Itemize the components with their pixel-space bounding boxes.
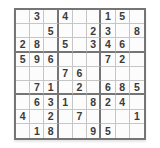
cell-r4c8[interactable]: 2 (116, 53, 130, 67)
cell-r9c9[interactable] (130, 124, 144, 138)
cell-r7c8[interactable]: 4 (116, 95, 130, 109)
cell-r5c8[interactable] (116, 67, 130, 81)
cell-r8c5[interactable]: 7 (73, 110, 87, 124)
cell-r1c7[interactable]: 1 (101, 10, 115, 24)
cell-r9c3[interactable]: 8 (44, 124, 58, 138)
cell-r5c1[interactable] (16, 67, 30, 81)
cell-r4c1[interactable]: 5 (16, 53, 30, 67)
sudoku-board-container: 3415523828534659672767126856318244271189… (14, 8, 146, 140)
cell-r7c1[interactable] (16, 95, 30, 109)
cell-r4c4[interactable] (59, 53, 73, 67)
cell-r8c2[interactable] (30, 110, 44, 124)
cell-r8c8[interactable] (116, 110, 130, 124)
cell-r7c3[interactable]: 3 (44, 95, 58, 109)
cell-r8c7[interactable] (101, 110, 115, 124)
cell-r5c7[interactable] (101, 67, 115, 81)
cell-r7c2[interactable]: 6 (30, 95, 44, 109)
cell-r3c9[interactable] (130, 38, 144, 52)
sudoku-grid: 3415523828534659672767126856318244271189… (14, 8, 146, 140)
cell-r9c7[interactable]: 5 (101, 124, 115, 138)
cell-r8c6[interactable] (87, 110, 101, 124)
cell-r1c1[interactable] (16, 10, 30, 24)
cell-r6c6[interactable] (87, 81, 101, 95)
cell-r1c4[interactable]: 4 (59, 10, 73, 24)
cell-r1c6[interactable] (87, 10, 101, 24)
cell-r1c5[interactable] (73, 10, 87, 24)
cell-r5c6[interactable] (87, 67, 101, 81)
cell-r8c9[interactable]: 1 (130, 110, 144, 124)
cell-r9c5[interactable] (73, 124, 87, 138)
cell-r3c5[interactable] (73, 38, 87, 52)
cell-r8c3[interactable]: 2 (44, 110, 58, 124)
cell-r4c2[interactable]: 9 (30, 53, 44, 67)
cell-r2c3[interactable]: 5 (44, 24, 58, 38)
cell-r7c4[interactable]: 1 (59, 95, 73, 109)
cell-r6c5[interactable]: 2 (73, 81, 87, 95)
cell-r6c3[interactable]: 1 (44, 81, 58, 95)
cell-r5c2[interactable] (30, 67, 44, 81)
cell-r8c1[interactable]: 4 (16, 110, 30, 124)
cell-r8c4[interactable] (59, 110, 73, 124)
cell-r1c8[interactable]: 5 (116, 10, 130, 24)
cell-r6c2[interactable]: 7 (30, 81, 44, 95)
cell-r2c6[interactable]: 2 (87, 24, 101, 38)
cell-r6c4[interactable] (59, 81, 73, 95)
cell-r2c9[interactable]: 8 (130, 24, 144, 38)
cell-r3c8[interactable]: 6 (116, 38, 130, 52)
cell-r7c5[interactable] (73, 95, 87, 109)
cell-r3c1[interactable]: 2 (16, 38, 30, 52)
cell-r6c1[interactable] (16, 81, 30, 95)
cell-r1c9[interactable] (130, 10, 144, 24)
cell-r5c5[interactable]: 6 (73, 67, 87, 81)
cell-r6c7[interactable]: 6 (101, 81, 115, 95)
cell-r9c2[interactable]: 1 (30, 124, 44, 138)
cell-r3c7[interactable]: 4 (101, 38, 115, 52)
cell-r4c5[interactable] (73, 53, 87, 67)
cell-r6c8[interactable]: 8 (116, 81, 130, 95)
cell-r3c6[interactable]: 3 (87, 38, 101, 52)
cell-r6c9[interactable]: 5 (130, 81, 144, 95)
cell-r4c7[interactable]: 7 (101, 53, 115, 67)
cell-r2c4[interactable] (59, 24, 73, 38)
cell-r5c4[interactable]: 7 (59, 67, 73, 81)
cell-r7c7[interactable]: 2 (101, 95, 115, 109)
cell-r1c3[interactable] (44, 10, 58, 24)
cell-r4c9[interactable] (130, 53, 144, 67)
cell-r3c4[interactable]: 5 (59, 38, 73, 52)
cell-r2c7[interactable]: 3 (101, 24, 115, 38)
cell-r9c8[interactable] (116, 124, 130, 138)
cell-r7c9[interactable] (130, 95, 144, 109)
cell-r2c8[interactable] (116, 24, 130, 38)
cell-r2c2[interactable] (30, 24, 44, 38)
cell-r3c3[interactable] (44, 38, 58, 52)
cell-r4c3[interactable]: 6 (44, 53, 58, 67)
cell-r5c3[interactable] (44, 67, 58, 81)
cell-r9c4[interactable] (59, 124, 73, 138)
cell-r9c1[interactable] (16, 124, 30, 138)
cell-r2c1[interactable] (16, 24, 30, 38)
cell-r9c6[interactable]: 9 (87, 124, 101, 138)
cell-r5c9[interactable] (130, 67, 144, 81)
cell-r2c5[interactable] (73, 24, 87, 38)
cell-r1c2[interactable]: 3 (30, 10, 44, 24)
cell-r4c6[interactable] (87, 53, 101, 67)
cell-r7c6[interactable]: 8 (87, 95, 101, 109)
cell-r3c2[interactable]: 8 (30, 38, 44, 52)
